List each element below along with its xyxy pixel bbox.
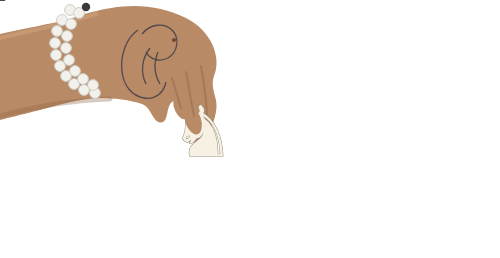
- bracelet-bead-15: [64, 55, 75, 66]
- bracelet-accent-bead: [82, 3, 90, 11]
- bracelet-bead-16: [70, 66, 81, 77]
- bracelet-bead-17: [78, 74, 89, 85]
- chess-product-photo: 8877665544332211HHGGFFEEDDCCBBAA♟♜♟♞♝♟♝♟…: [0, 0, 500, 258]
- bracelet-bead-4: [50, 38, 61, 49]
- bracelet-bead-14: [61, 43, 72, 54]
- bracelet-bead-13: [62, 31, 73, 42]
- piece-black-rook-a1: ♜: [0, 0, 7, 4]
- bracelet-bead-12: [66, 19, 77, 30]
- pieces-layer: ♟♜♟♞♝♟♝♟♚♝♟♛♚♟♟♝♛♟♟♞♜♟♟♜: [0, 0, 7, 4]
- hand-layer: ♞: [0, 3, 234, 173]
- bracelet-bead-3: [52, 26, 63, 37]
- photo-canvas: 8877665544332211HHGGFFEEDDCCBBAA♟♜♟♞♝♟♝♟…: [0, 0, 500, 258]
- bracelet-bead-5: [51, 50, 62, 61]
- hand-mole: [172, 38, 176, 42]
- bracelet-bead-18: [88, 80, 99, 91]
